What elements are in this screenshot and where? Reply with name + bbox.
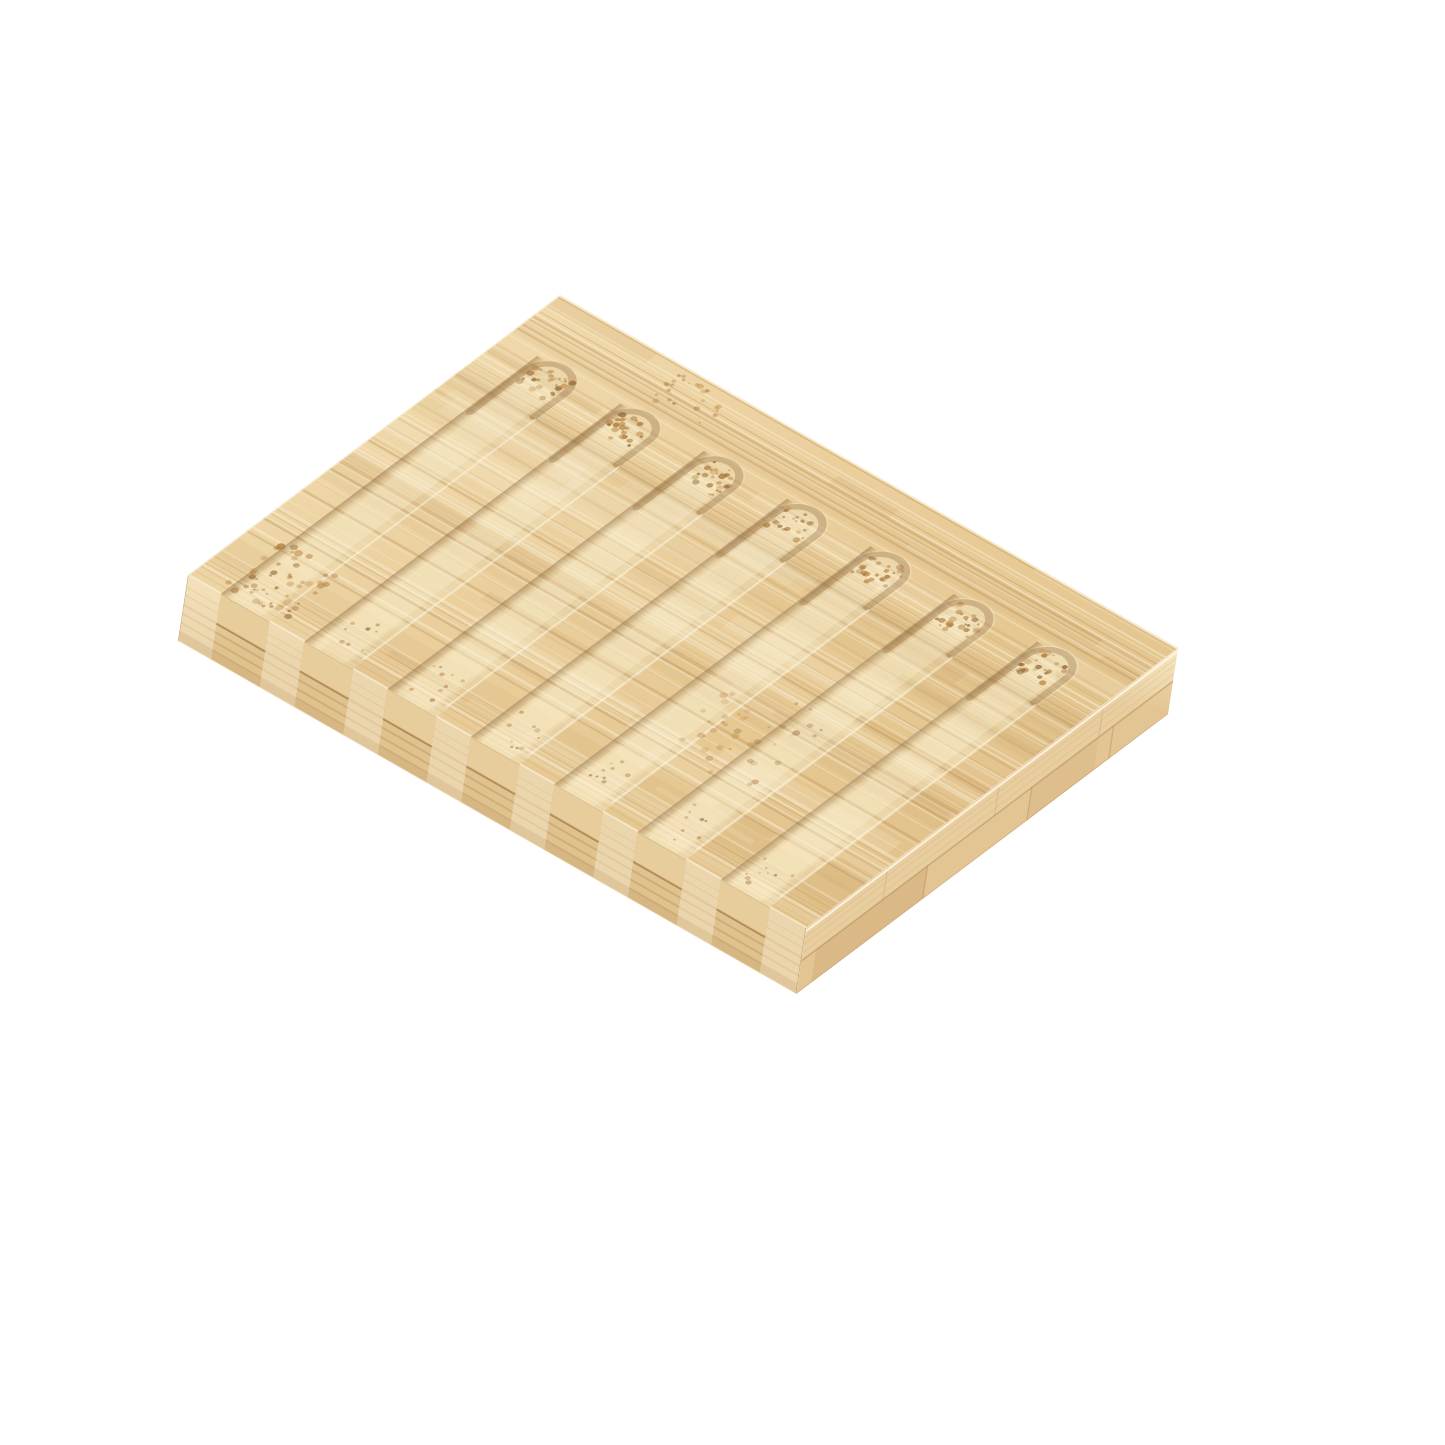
product-image <box>0 0 1445 1445</box>
product-photo-canvas <box>0 0 1445 1445</box>
soap-dish <box>83 269 1362 1078</box>
